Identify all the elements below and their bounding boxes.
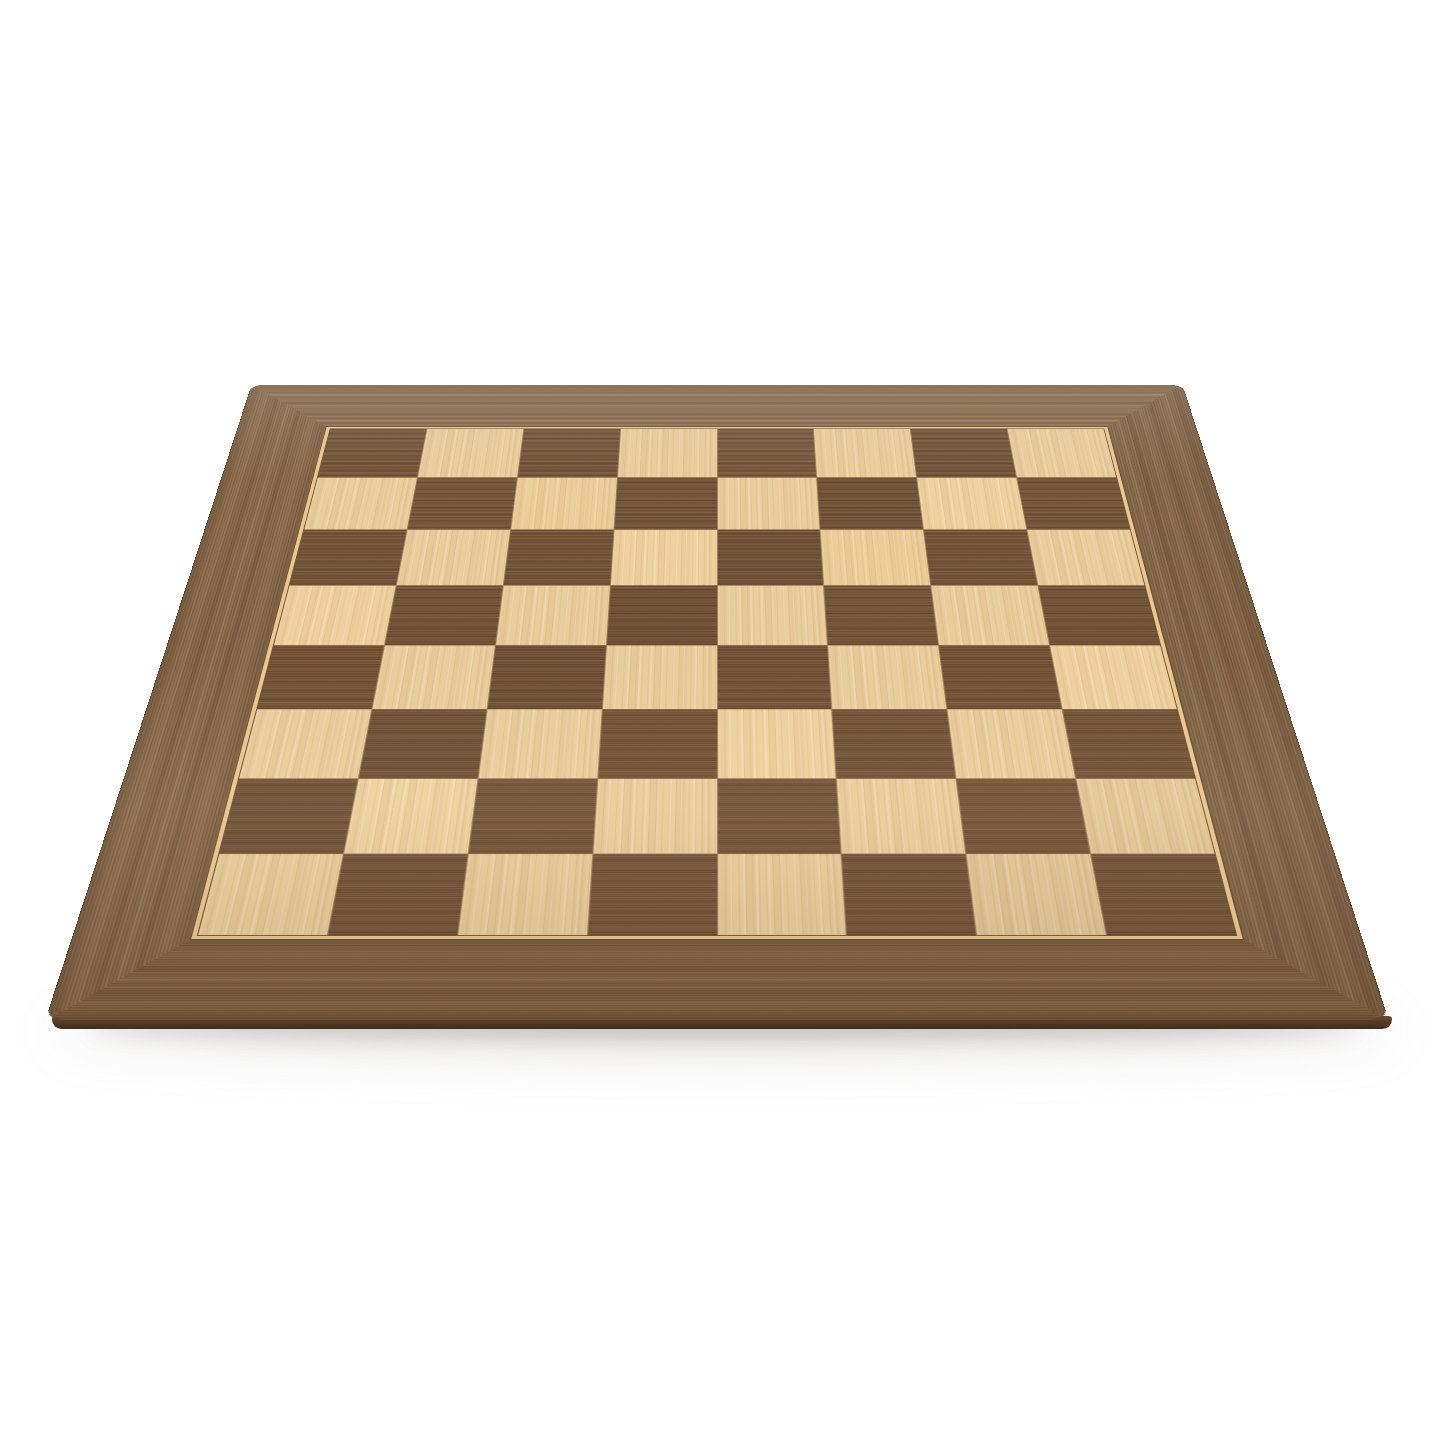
square-r7c8-light xyxy=(1077,779,1215,853)
square-r3c7-dark xyxy=(924,530,1037,585)
square-r1c6-light xyxy=(814,429,916,477)
square-r2c3-light xyxy=(511,478,617,530)
square-r6c4-dark xyxy=(598,710,717,779)
square-r6c7-light xyxy=(948,710,1076,779)
chessboard xyxy=(45,385,1389,1021)
square-r7c7-dark xyxy=(957,779,1090,853)
square-r4c1-light xyxy=(274,585,396,644)
square-r5c7-dark xyxy=(939,645,1061,709)
square-r2c6-dark xyxy=(817,478,923,530)
square-r1c5-dark xyxy=(717,429,816,477)
square-r8c8-dark xyxy=(1091,854,1236,935)
square-r5c8-light xyxy=(1050,645,1177,709)
square-r2c4-dark xyxy=(614,478,716,530)
square-r3c4-light xyxy=(611,530,717,585)
square-r2c2-dark xyxy=(408,478,517,530)
square-r5c2-light xyxy=(372,645,494,709)
square-r3c3-dark xyxy=(504,530,614,585)
square-r1c7-dark xyxy=(911,429,1016,477)
square-r5c5-dark xyxy=(718,645,832,709)
square-r1c8-light xyxy=(1008,429,1116,477)
square-r4c3-light xyxy=(496,585,610,644)
square-r5c6-light xyxy=(828,645,946,709)
square-r3c1-dark xyxy=(290,530,407,585)
square-r4c4-dark xyxy=(607,585,717,644)
square-r8c5-light xyxy=(718,854,847,935)
product-photo-scene xyxy=(0,0,1445,1445)
square-r3c2-light xyxy=(397,530,510,585)
square-r1c1-dark xyxy=(318,429,426,477)
square-r6c1-light xyxy=(239,710,371,779)
square-r5c4-light xyxy=(602,645,716,709)
square-r6c2-dark xyxy=(359,710,487,779)
square-r2c1-light xyxy=(304,478,417,530)
square-r8c7-light xyxy=(967,854,1106,935)
square-r1c2-light xyxy=(418,429,523,477)
square-r6c8-dark xyxy=(1063,710,1195,779)
square-r8c1-light xyxy=(198,854,343,935)
square-r3c6-light xyxy=(821,530,931,585)
square-r3c8-light xyxy=(1027,530,1144,585)
square-r7c6-light xyxy=(837,779,965,853)
square-r2c5-light xyxy=(717,478,819,530)
maple-inlay-border xyxy=(191,427,1243,939)
square-r6c3-light xyxy=(478,710,601,779)
square-r4c7-light xyxy=(931,585,1049,644)
square-r8c4-dark xyxy=(588,854,717,935)
square-r5c1-dark xyxy=(257,645,384,709)
square-r8c2-dark xyxy=(328,854,467,935)
square-r7c4-light xyxy=(593,779,716,853)
square-r1c4-light xyxy=(618,429,717,477)
square-r3c5-dark xyxy=(717,530,823,585)
square-r1c3-dark xyxy=(518,429,620,477)
square-r4c6-dark xyxy=(824,585,938,644)
square-r4c8-dark xyxy=(1038,585,1160,644)
square-r5c3-dark xyxy=(487,645,605,709)
square-r8c3-light xyxy=(458,854,592,935)
square-r4c2-dark xyxy=(385,585,503,644)
square-r7c2-light xyxy=(344,779,477,853)
square-r2c8-dark xyxy=(1017,478,1130,530)
square-r2c7-light xyxy=(917,478,1026,530)
square-r4c5-light xyxy=(717,585,827,644)
square-r7c3-dark xyxy=(469,779,597,853)
square-r6c5-light xyxy=(718,710,837,779)
square-r6c6-dark xyxy=(833,710,956,779)
square-r7c1-dark xyxy=(219,779,357,853)
square-r7c5-dark xyxy=(718,779,841,853)
square-r8c6-dark xyxy=(842,854,976,935)
board-grid xyxy=(197,428,1238,935)
